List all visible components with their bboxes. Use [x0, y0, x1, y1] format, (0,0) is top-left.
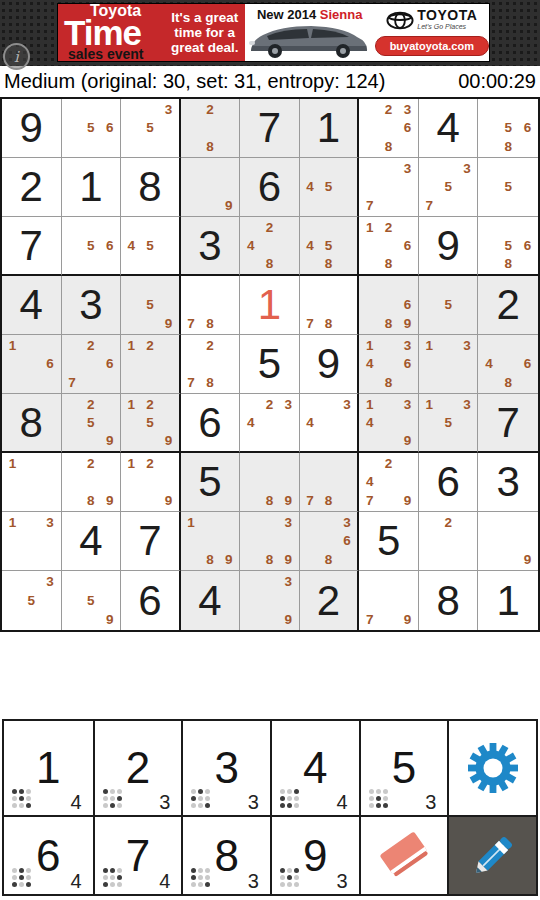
cell-r6c6[interactable]: 34 [300, 394, 360, 453]
cell-value: 7 [478, 394, 538, 451]
pencil-mark: 9 [398, 610, 417, 629]
cell-r5c5[interactable]: 5 [240, 335, 300, 394]
ad-white-section: New 2014 Sienna [245, 4, 489, 61]
pencil-mark: 8 [319, 550, 338, 569]
cell-r3c4[interactable]: 3 [181, 217, 241, 276]
pencil-mark: 8 [201, 373, 220, 392]
pencil-mark: 8 [379, 373, 398, 392]
cell-r3c8[interactable]: 9 [419, 217, 479, 276]
cell-r5c8[interactable]: 13 [419, 335, 479, 394]
keypad: 142333445364748393 [2, 719, 538, 896]
pencil-mark: 6 [398, 236, 417, 254]
pencil-mark: 8 [379, 314, 398, 333]
key-placed-count: 4 [71, 791, 82, 814]
cell-r5c9[interactable]: 468 [478, 335, 538, 394]
key-placed-count: 3 [425, 791, 436, 814]
pencil-mark: 7 [182, 373, 201, 392]
pencil-mark: 6 [518, 119, 537, 138]
eraser-icon [361, 817, 448, 894]
key-digit-4[interactable]: 44 [270, 721, 359, 815]
pencil-mark: 6 [398, 355, 417, 374]
cell-value: 6 [240, 158, 299, 216]
cell-r7c6[interactable]: 78 [300, 453, 360, 512]
cell-r4c2[interactable]: 3 [62, 276, 122, 335]
pencil-marks: 78 [301, 454, 357, 510]
pencil-mark: 8 [319, 314, 338, 333]
pencil-mark: 9 [398, 314, 417, 333]
pencil-mark: 9 [219, 196, 238, 215]
pencil-marks: 5 [479, 159, 537, 215]
cell-value: 5 [240, 335, 299, 393]
cell-r7c7[interactable]: 2479 [359, 453, 419, 512]
pencil-mark: 9 [398, 491, 417, 510]
cell-r2c2[interactable]: 1 [62, 158, 122, 217]
ad-logo-section: TOYOTA Let's Go Places buyatoyota.com [375, 4, 489, 61]
cell-value-highlighted: 1 [240, 276, 299, 334]
pencil-marks: 468 [479, 336, 537, 392]
pencil-mark: 2 [379, 454, 398, 473]
pencil-marks: 568 [479, 100, 537, 156]
pencil-mark: 4 [241, 413, 260, 431]
pencil-mark: 4 [122, 236, 141, 254]
pencil-mark: 7 [182, 314, 201, 333]
cell-r6c5[interactable]: 234 [240, 394, 300, 453]
cell-r8c4[interactable]: 189 [181, 512, 241, 571]
pencil-mark: 5 [319, 178, 338, 197]
cell-r9c7[interactable]: 79 [359, 571, 419, 630]
cell-r4c7[interactable]: 689 [359, 276, 419, 335]
cell-r2c3[interactable]: 8 [121, 158, 181, 217]
pencil-mark: 6 [100, 236, 119, 254]
pencil-mark: 8 [260, 255, 279, 273]
cell-r9c6[interactable]: 2 [300, 571, 360, 630]
cell-r6c3[interactable]: 1259 [121, 394, 181, 453]
pencil-mark: 1 [122, 395, 141, 413]
pencil-mark: 7 [420, 196, 439, 215]
ad-logo-text: TOYOTA [417, 10, 477, 21]
pencil-marks: 1268 [360, 218, 417, 273]
timer: 00:00:29 [458, 70, 536, 93]
ad-brand-block: Toyota Time sales event [58, 4, 165, 61]
pencil-mark: 9 [279, 550, 298, 569]
pencil-mark: 9 [159, 491, 178, 510]
settings-button[interactable] [447, 721, 536, 815]
cell-r5c7[interactable]: 13468 [359, 335, 419, 394]
pencil-mark: 6 [518, 355, 537, 374]
pencil-mark: 3 [458, 159, 477, 178]
pencil-mark: 7 [360, 610, 379, 629]
pencil-mark: 5 [499, 178, 518, 197]
pencil-marks: 39 [241, 572, 298, 629]
cell-r5c6[interactable]: 9 [300, 335, 360, 394]
cell-value: 7 [240, 99, 299, 157]
pencil-mark: 9 [159, 314, 178, 333]
cell-r1c8[interactable]: 4 [419, 99, 479, 158]
cell-r3c5[interactable]: 248 [240, 217, 300, 276]
pencil-mark: 5 [141, 413, 160, 431]
pencil-mark: 9 [279, 491, 298, 510]
cell-r3c9[interactable]: 568 [478, 217, 538, 276]
cell-value: 8 [2, 394, 61, 451]
cell-value: 2 [2, 158, 61, 216]
cell-value: 5 [359, 512, 418, 570]
pencil-mark: 2 [439, 513, 458, 532]
cell-r6c8[interactable]: 135 [419, 394, 479, 453]
pencil-mark: 9 [219, 550, 238, 569]
pencil-mark: 2 [81, 395, 100, 413]
cell-r7c1[interactable]: 1 [2, 453, 62, 512]
pencil-mark: 8 [81, 491, 100, 510]
cell-value: 1 [300, 99, 358, 157]
pencil-mark: 5 [81, 119, 100, 138]
cell-r8c2[interactable]: 4 [62, 512, 122, 571]
cell-r9c8[interactable]: 8 [419, 571, 479, 630]
ad-brand-sub: sales event [68, 48, 165, 61]
ad-slogan-line2: time for a [174, 25, 235, 40]
pencil-mark: 3 [41, 572, 60, 591]
pencil-mark: 7 [63, 373, 82, 392]
pencil-marks: 568 [479, 218, 537, 273]
cell-r7c5[interactable]: 89 [240, 453, 300, 512]
pencil-marks: 2479 [360, 454, 417, 510]
pencil-mark: 8 [319, 255, 338, 273]
pencil-mark: 5 [439, 178, 458, 197]
box-placement-dots-icon [103, 789, 122, 808]
status-bar: Medium (original: 30, set: 31, entropy: … [0, 66, 540, 97]
pencil-mark: 8 [499, 255, 518, 273]
cell-r4c9[interactable]: 2 [478, 276, 538, 335]
ad-slogan-line3: great deal. [171, 40, 239, 55]
cell-r8c9[interactable]: 9 [478, 512, 538, 571]
ad-strip: i Toyota Time sales event It's a great t… [0, 0, 540, 66]
box-placement-dots-icon [191, 868, 210, 887]
cell-r3c3[interactable]: 45 [121, 217, 181, 276]
cell-r9c1[interactable]: 35 [2, 571, 62, 630]
pencil-marks: 1349 [360, 395, 417, 450]
key-digit-7[interactable]: 74 [93, 815, 182, 894]
pencil-mark: 9 [100, 491, 119, 510]
cell-value: 4 [419, 99, 478, 157]
eraser-button[interactable] [359, 815, 448, 894]
pencil-mark: 2 [141, 395, 160, 413]
cell-r1c1[interactable]: 9 [2, 99, 62, 158]
pencil-mark: 7 [360, 491, 379, 510]
pencil-mark: 1 [3, 454, 22, 473]
pencil-mark: 9 [100, 610, 119, 629]
key-digit-2[interactable]: 23 [93, 721, 182, 815]
pencil-marks: 289 [63, 454, 120, 510]
pencil-marks: 234 [241, 395, 298, 450]
ad-brand-big: Time [64, 17, 165, 48]
pencil-mark: 6 [41, 355, 60, 374]
cell-r7c3[interactable]: 129 [121, 453, 181, 512]
pencil-mark: 8 [499, 373, 518, 392]
key-digit-3[interactable]: 33 [181, 721, 270, 815]
key-placed-count: 4 [159, 870, 170, 893]
pencil-mark: 2 [379, 100, 398, 119]
cell-r2c5[interactable]: 6 [240, 158, 300, 217]
pencil-marks: 2 [420, 513, 477, 569]
cell-r9c4[interactable]: 4 [181, 571, 241, 630]
pencil-mark: 1 [360, 336, 379, 355]
key-placed-count: 4 [71, 870, 82, 893]
ad-logo-tagline: Let's Go Places [417, 21, 477, 32]
pencil-marks: 1 [3, 454, 60, 510]
sudoku-grid: 9563528712368456821896453735757564532484… [0, 97, 540, 632]
cell-r8c5[interactable]: 389 [240, 512, 300, 571]
pencil-mark: 5 [81, 236, 100, 254]
cell-r1c7[interactable]: 2368 [359, 99, 419, 158]
pencil-mark: 5 [499, 119, 518, 138]
pencil-marks: 89 [241, 454, 298, 510]
key-placed-count: 4 [337, 791, 348, 814]
cell-r4c3[interactable]: 59 [121, 276, 181, 335]
pencil-mark: 3 [398, 336, 417, 355]
key-digit-1[interactable]: 14 [4, 721, 93, 815]
cell-r2c4[interactable]: 9 [181, 158, 241, 217]
pencil-marks: 278 [182, 336, 239, 392]
pencil-mark: 9 [518, 550, 537, 569]
cell-r1c4[interactable]: 28 [181, 99, 241, 158]
pencil-marks: 35 [122, 100, 178, 156]
key-digit-5[interactable]: 53 [359, 721, 448, 815]
cell-r3c2[interactable]: 56 [62, 217, 122, 276]
difficulty-label: Medium (original: 30, set: 31, entropy: … [4, 70, 385, 93]
pencil-marks: 78 [301, 277, 357, 333]
box-placement-dots-icon [369, 789, 388, 808]
ad-vehicle-name: Sienna [320, 7, 363, 22]
pencil-marks: 12 [122, 336, 178, 392]
pencil-marks: 9 [182, 159, 239, 215]
pencil-mark: 7 [301, 491, 320, 510]
pencil-mark: 3 [41, 513, 60, 532]
pencil-marks: 59 [63, 572, 120, 629]
pencil-marks: 13468 [360, 336, 417, 392]
pencil-mark: 3 [279, 572, 298, 591]
cell-value: 9 [300, 335, 358, 393]
pencil-mark: 6 [100, 119, 119, 138]
pencil-mark: 2 [260, 218, 279, 236]
cell-r7c2[interactable]: 289 [62, 453, 122, 512]
pencil-mark: 3 [338, 513, 357, 532]
pencil-mark: 2 [141, 336, 160, 355]
pencil-mark: 4 [301, 413, 320, 431]
cell-value: 8 [419, 571, 478, 630]
key-digit-9[interactable]: 93 [270, 815, 359, 894]
pencil-marks: 368 [301, 513, 357, 569]
cell-r3c6[interactable]: 458 [300, 217, 360, 276]
cell-r6c4[interactable]: 6 [181, 394, 241, 453]
cell-r7c9[interactable]: 3 [478, 453, 538, 512]
pencil-marks: 259 [63, 395, 120, 450]
cell-r9c2[interactable]: 59 [62, 571, 122, 630]
pencil-mark: 2 [81, 336, 100, 355]
pencil-marks: 78 [182, 277, 239, 333]
info-icon[interactable]: i [3, 43, 30, 70]
pencil-marks: 28 [182, 100, 239, 156]
cell-r2c9[interactable]: 5 [478, 158, 538, 217]
cell-r3c1[interactable]: 7 [2, 217, 62, 276]
cell-r1c5[interactable]: 7 [240, 99, 300, 158]
pencil-mark: 1 [420, 395, 439, 413]
cell-r1c9[interactable]: 568 [478, 99, 538, 158]
pencil-mark: 8 [260, 491, 279, 510]
ad-banner[interactable]: Toyota Time sales event It's a great tim… [57, 3, 490, 62]
key-digit-8[interactable]: 83 [181, 815, 270, 894]
pencil-mark: 3 [458, 336, 477, 355]
pencil-mark: 4 [241, 236, 260, 254]
cell-r1c6[interactable]: 1 [300, 99, 360, 158]
pencil-marks: 2368 [360, 100, 417, 156]
pencil-marks: 389 [241, 513, 298, 569]
cell-value: 6 [121, 571, 179, 630]
cell-r8c3[interactable]: 7 [121, 512, 181, 571]
cell-r9c9[interactable]: 1 [478, 571, 538, 630]
cell-r4c4[interactable]: 78 [181, 276, 241, 335]
cell-r2c7[interactable]: 37 [359, 158, 419, 217]
pencil-mark: 4 [301, 236, 320, 254]
key-placed-count: 3 [248, 791, 259, 814]
pencil-mark: 8 [499, 137, 518, 156]
pencil-marks: 248 [241, 218, 298, 273]
pencil-mark: 8 [379, 137, 398, 156]
cell-r6c2[interactable]: 259 [62, 394, 122, 453]
cell-r8c8[interactable]: 2 [419, 512, 479, 571]
cell-r5c1[interactable]: 16 [2, 335, 62, 394]
cell-r9c5[interactable]: 39 [240, 571, 300, 630]
toyota-emblem-icon [386, 11, 414, 30]
pencil-mark: 4 [360, 413, 379, 431]
pencil-mark: 1 [122, 454, 141, 473]
cell-r8c1[interactable]: 13 [2, 512, 62, 571]
pencil-mark: 5 [319, 236, 338, 254]
pencil-mark: 6 [518, 236, 537, 254]
cell-value: 3 [478, 453, 538, 511]
pencil-mark: 9 [100, 432, 119, 450]
cell-value: 8 [121, 158, 179, 216]
cell-value: 9 [2, 99, 61, 157]
cell-r1c3[interactable]: 35 [121, 99, 181, 158]
cell-value: 9 [419, 217, 478, 274]
pencil-marks: 689 [360, 277, 417, 333]
pencil-marks: 37 [360, 159, 417, 215]
pencil-marks: 357 [420, 159, 477, 215]
pencil-mark: 8 [201, 314, 220, 333]
cell-r4c6[interactable]: 78 [300, 276, 360, 335]
pencil-mark: 2 [260, 395, 279, 413]
ad-cta-button[interactable]: buyatoyota.com [375, 36, 489, 56]
cell-value: 5 [181, 453, 240, 511]
key-placed-count: 3 [248, 870, 259, 893]
cell-r5c3[interactable]: 12 [121, 335, 181, 394]
box-placement-dots-icon [12, 789, 31, 808]
pencil-mark: 5 [141, 236, 160, 254]
cell-r7c4[interactable]: 5 [181, 453, 241, 512]
cell-r6c1[interactable]: 8 [2, 394, 62, 453]
pencil-mark: 5 [22, 591, 41, 610]
pencil-marks: 13 [420, 336, 477, 392]
ad-slogan-line1: It's a great [171, 10, 238, 25]
cell-value: 1 [62, 158, 121, 216]
key-digit-6[interactable]: 64 [4, 815, 93, 894]
cell-r4c8[interactable]: 5 [419, 276, 479, 335]
cell-r1c2[interactable]: 56 [62, 99, 122, 158]
pencil-mark: 4 [479, 355, 498, 374]
pencil-mark: 5 [439, 296, 458, 315]
box-placement-dots-icon [191, 789, 210, 808]
cell-value: 6 [419, 453, 478, 511]
pencil-mark: 8 [201, 550, 220, 569]
pencil-mark: 1 [122, 336, 141, 355]
cell-r7c8[interactable]: 6 [419, 453, 479, 512]
cell-value: 1 [478, 571, 538, 630]
cell-value: 2 [478, 276, 538, 334]
cell-r2c1[interactable]: 2 [2, 158, 62, 217]
cell-r6c7[interactable]: 1349 [359, 394, 419, 453]
pencil-marks: 1259 [122, 395, 178, 450]
cell-r4c1[interactable]: 4 [2, 276, 62, 335]
pencil-mark: 8 [379, 255, 398, 273]
pencil-mark: 3 [338, 395, 357, 413]
cell-value: 2 [300, 571, 358, 630]
pencil-mark: 5 [499, 236, 518, 254]
pencil-marks: 79 [360, 572, 417, 629]
pencil-mark: 7 [360, 196, 379, 215]
cell-r4c5[interactable]: 1 [240, 276, 300, 335]
cell-r3c7[interactable]: 1268 [359, 217, 419, 276]
pencil-marks: 35 [3, 572, 60, 629]
pencil-marks: 45 [301, 159, 357, 215]
pencil-mark: 2 [379, 218, 398, 236]
pencil-mark: 3 [398, 100, 417, 119]
cell-r5c2[interactable]: 267 [62, 335, 122, 394]
cell-r5c4[interactable]: 278 [181, 335, 241, 394]
pencil-marks: 56 [63, 218, 120, 273]
cell-r8c7[interactable]: 5 [359, 512, 419, 571]
pencil-mark: 8 [319, 491, 338, 510]
cell-r2c6[interactable]: 45 [300, 158, 360, 217]
pencil-marks: 59 [122, 277, 178, 333]
pencil-marks: 458 [301, 218, 357, 273]
pencil-button[interactable] [447, 815, 536, 894]
pencil-mark: 7 [301, 314, 320, 333]
pencil-marks: 13 [3, 513, 60, 569]
pencil-mark: 2 [201, 336, 220, 355]
cell-r8c6[interactable]: 368 [300, 512, 360, 571]
pencil-mark: 3 [398, 159, 417, 178]
pencil-mark: 5 [81, 591, 100, 610]
box-placement-dots-icon [280, 789, 299, 808]
cell-r6c9[interactable]: 7 [478, 394, 538, 453]
pencil-mark: 3 [458, 395, 477, 413]
pencil-icon [449, 817, 536, 894]
pencil-mark: 6 [338, 532, 357, 551]
pencil-mark: 6 [398, 296, 417, 315]
pencil-marks: 45 [122, 218, 178, 273]
pencil-mark: 4 [360, 473, 379, 492]
pencil-mark: 9 [279, 610, 298, 629]
cell-value: 4 [62, 512, 121, 570]
cell-value: 4 [181, 571, 240, 630]
pencil-marks: 189 [182, 513, 239, 569]
pencil-mark: 1 [182, 513, 201, 532]
pencil-marks: 16 [3, 336, 60, 392]
pencil-marks: 9 [479, 513, 537, 569]
cell-r9c3[interactable]: 6 [121, 571, 181, 630]
cell-value: 4 [2, 276, 61, 334]
pencil-mark: 4 [360, 355, 379, 374]
cell-r2c8[interactable]: 357 [419, 158, 479, 217]
